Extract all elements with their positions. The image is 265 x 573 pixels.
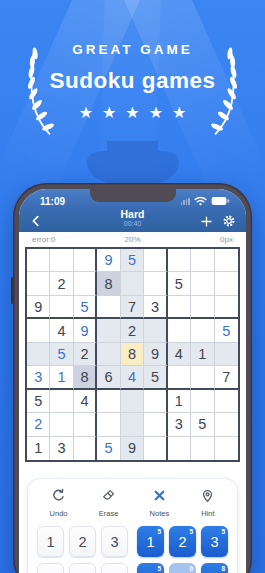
sudoku-cell-r9c3[interactable] (74, 437, 97, 460)
sudoku-cell-r8c2[interactable] (50, 413, 73, 436)
notes-button[interactable]: Notes (150, 488, 170, 518)
sudoku-cell-r7c6[interactable] (144, 390, 167, 413)
sudoku-cell-r8c5[interactable] (121, 413, 144, 436)
sudoku-cell-r7c3[interactable]: 4 (74, 390, 97, 413)
sudoku-cell-r6c6[interactable]: 5 (144, 366, 167, 389)
sudoku-cell-r3c7[interactable] (168, 296, 191, 319)
sudoku-cell-r5c5[interactable]: 8 (121, 343, 144, 366)
sudoku-cell-r3c9[interactable] (215, 296, 238, 319)
new-game-button[interactable] (200, 215, 213, 228)
digit-key-1[interactable]: 1 (37, 526, 64, 557)
gear-icon (222, 214, 236, 228)
sudoku-cell-r1c3[interactable] (74, 249, 97, 272)
tool-label: Hint (201, 509, 214, 518)
sudoku-cell-r1c7[interactable] (168, 249, 191, 272)
eraser-icon (101, 488, 116, 507)
sudoku-cell-r8c8[interactable]: 5 (191, 413, 214, 436)
remaining-count-badge: 5 (157, 565, 161, 572)
sudoku-cell-r1c9[interactable] (215, 249, 238, 272)
sudoku-cell-r4c5[interactable]: 2 (121, 319, 144, 342)
sudoku-cell-r8c1[interactable]: 2 (27, 413, 50, 436)
sudoku-cell-r8c9[interactable] (215, 413, 238, 436)
remaining-count-badge: 0 (189, 565, 193, 572)
sudoku-cell-r6c8[interactable] (191, 366, 214, 389)
sudoku-cell-r4c6[interactable] (144, 319, 167, 342)
sudoku-cell-r4c4[interactable] (97, 319, 120, 342)
star-icon: ★ (102, 105, 116, 121)
phone-mockup: 11:09 (13, 183, 252, 573)
sudoku-cell-r2c4[interactable]: 8 (97, 272, 120, 295)
control-panel: UndoEraseNotesHint 123152535456455068 (27, 478, 238, 573)
sudoku-cell-r5c8[interactable]: 1 (191, 343, 214, 366)
nav-bar: Hard 00:40 (19, 210, 246, 232)
remaining-count-badge: 5 (189, 528, 193, 535)
banner-title: Sudoku games (0, 68, 265, 94)
sudoku-cell-r4c8[interactable] (191, 319, 214, 342)
sudoku-cell-r5c2[interactable]: 5 (50, 343, 73, 366)
digit-key-2[interactable]: 2 (69, 526, 96, 557)
sudoku-cell-r5c3[interactable]: 2 (74, 343, 97, 366)
settings-button[interactable] (222, 214, 236, 228)
sudoku-cell-r8c3[interactable] (74, 413, 97, 436)
sudoku-cell-r8c4[interactable] (97, 413, 120, 436)
tool-label: Undo (50, 509, 68, 518)
sudoku-cell-r7c9[interactable] (215, 390, 238, 413)
sudoku-cell-r1c2[interactable] (50, 249, 73, 272)
sudoku-cell-r5c1[interactable] (27, 343, 50, 366)
notes-digit-key-4[interactable]: 45 (137, 563, 164, 573)
sudoku-cell-r1c8[interactable] (191, 249, 214, 272)
sudoku-cell-r6c9[interactable]: 7 (215, 366, 238, 389)
undo-button[interactable]: Undo (50, 488, 68, 518)
five-star-rating: ★★★★★ (0, 105, 265, 121)
notes-digit-key-1[interactable]: 15 (137, 526, 164, 557)
remaining-count-badge: 8 (221, 565, 225, 572)
notes-digit-key-3[interactable]: 35 (201, 526, 228, 557)
sudoku-cell-r2c5[interactable] (121, 272, 144, 295)
sudoku-cell-r7c5[interactable] (121, 390, 144, 413)
sudoku-cell-r6c1[interactable]: 3 (27, 366, 50, 389)
sudoku-cell-r3c1[interactable]: 9 (27, 296, 50, 319)
sudoku-cell-r3c8[interactable] (191, 296, 214, 319)
star-icon: ★ (125, 105, 139, 121)
phone-screen: 11:09 (19, 189, 246, 573)
digit-key-5[interactable]: 5 (69, 563, 96, 573)
banner-kicker: GREAT GAME (0, 42, 265, 57)
sudoku-cell-r1c1[interactable] (27, 249, 50, 272)
toolbar: UndoEraseNotesHint (28, 488, 237, 518)
sudoku-cell-r7c2[interactable] (50, 390, 73, 413)
sudoku-cell-r3c6[interactable]: 3 (144, 296, 167, 319)
notes-pencil-icon (152, 488, 167, 507)
star-icon: ★ (149, 105, 163, 121)
sudoku-cell-r7c8[interactable] (191, 390, 214, 413)
sudoku-cell-r9c4[interactable]: 5 (97, 437, 120, 460)
undo-icon (51, 488, 66, 507)
sudoku-cell-r9c1[interactable]: 1 (27, 437, 50, 460)
sudoku-cell-r9c6[interactable] (144, 437, 167, 460)
battery-icon (211, 196, 230, 206)
digit-key-4[interactable]: 4 (37, 563, 64, 573)
progress-percent: 20% (19, 235, 246, 244)
sudoku-cell-r5c4[interactable] (97, 343, 120, 366)
sudoku-cell-r4c1[interactable] (27, 319, 50, 342)
sudoku-cell-r7c1[interactable]: 5 (27, 390, 50, 413)
sudoku-cell-r4c7[interactable] (168, 319, 191, 342)
sudoku-cell-r7c7[interactable]: 1 (168, 390, 191, 413)
sudoku-cell-r5c7[interactable]: 4 (168, 343, 191, 366)
sudoku-cell-r3c2[interactable] (50, 296, 73, 319)
star-icon: ★ (79, 105, 93, 121)
wifi-icon (194, 196, 207, 206)
sudoku-cell-r1c5[interactable]: 5 (121, 249, 144, 272)
sudoku-cell-r2c7[interactable]: 5 (168, 272, 191, 295)
sudoku-cell-r1c6[interactable] (144, 249, 167, 272)
sudoku-cell-r7c4[interactable] (97, 390, 120, 413)
promo-banner: GREAT GAME Sudoku games ★★★★★ (0, 42, 265, 121)
sudoku-cell-r6c2[interactable]: 1 (50, 366, 73, 389)
sudoku-board: 952859573492552894131864575412351359 (25, 247, 240, 462)
erase-button[interactable]: Erase (99, 488, 119, 518)
phone-notch (90, 189, 176, 202)
status-time: 11:09 (40, 196, 65, 207)
notes-digit-key-2[interactable]: 25 (169, 526, 196, 557)
sudoku-cell-r2c3[interactable] (74, 272, 97, 295)
sudoku-cell-r2c9[interactable] (215, 272, 238, 295)
sudoku-cell-r1c4[interactable]: 9 (97, 249, 120, 272)
hint-button[interactable]: Hint (200, 488, 215, 518)
sudoku-cell-r3c5[interactable]: 7 (121, 296, 144, 319)
sudoku-cell-r3c4[interactable] (97, 296, 120, 319)
tool-label: Notes (150, 509, 170, 518)
sudoku-cell-r5c6[interactable]: 9 (144, 343, 167, 366)
number-keypad: 123152535456455068 (28, 526, 237, 573)
sudoku-cell-r4c9[interactable]: 5 (215, 319, 238, 342)
hint-pin-icon (200, 488, 215, 507)
sudoku-cell-r9c2[interactable]: 3 (50, 437, 73, 460)
signal-bars-icon (181, 198, 190, 205)
app-store-screenshot: GREAT GAME Sudoku games ★★★★★ 11:09 (0, 0, 265, 573)
sudoku-cell-r9c8[interactable] (191, 437, 214, 460)
stats-row: error:0 20% 0px (19, 232, 246, 247)
sudoku-cell-r6c3[interactable]: 8 (74, 366, 97, 389)
star-icon: ★ (172, 105, 186, 121)
sudoku-cell-r6c5[interactable]: 4 (121, 366, 144, 389)
remaining-count-badge: 5 (221, 528, 225, 535)
sudoku-cell-r9c5[interactable]: 9 (121, 437, 144, 460)
digit-key-6[interactable]: 6 (101, 563, 128, 573)
sudoku-cell-r2c1[interactable] (27, 272, 50, 295)
plus-icon (200, 215, 213, 228)
sudoku-cell-r9c9[interactable] (215, 437, 238, 460)
sudoku-cell-r8c6[interactable] (144, 413, 167, 436)
sudoku-cell-r4c3[interactable]: 9 (74, 319, 97, 342)
sudoku-cell-r6c7[interactable] (168, 366, 191, 389)
sudoku-cell-r4c2[interactable]: 4 (50, 319, 73, 342)
sudoku-cell-r2c2[interactable]: 2 (50, 272, 73, 295)
sudoku-cell-r9c7[interactable] (168, 437, 191, 460)
phone-side-button (11, 277, 14, 304)
sudoku-cell-r8c7[interactable]: 3 (168, 413, 191, 436)
remaining-count-badge: 5 (157, 528, 161, 535)
notes-digit-key-6[interactable]: 68 (201, 563, 228, 573)
status-icons (181, 196, 230, 206)
sudoku-cell-r6c4[interactable]: 6 (97, 366, 120, 389)
sudoku-cell-r2c8[interactable] (191, 272, 214, 295)
digit-key-3[interactable]: 3 (101, 526, 128, 557)
sudoku-cell-r3c3[interactable]: 5 (74, 296, 97, 319)
sudoku-cell-r2c6[interactable] (144, 272, 167, 295)
notes-digit-key-5[interactable]: 50 (169, 563, 196, 573)
sudoku-cell-r5c9[interactable] (215, 343, 238, 366)
tool-label: Erase (99, 509, 119, 518)
